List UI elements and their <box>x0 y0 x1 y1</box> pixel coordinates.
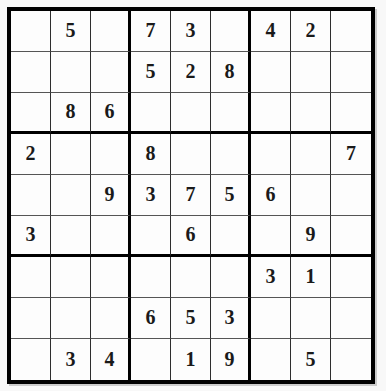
cell-r4c7-empty[interactable] <box>251 134 291 175</box>
cell-r1c5-given: 3 <box>171 11 211 52</box>
cell-r8c9-empty[interactable] <box>331 298 371 339</box>
cell-r1c3-empty[interactable] <box>91 11 131 52</box>
cell-r9c9-empty[interactable] <box>331 339 371 380</box>
cell-r3c7-empty[interactable] <box>251 93 291 134</box>
cell-r5c6-given: 5 <box>211 175 251 216</box>
cell-r8c8-empty[interactable] <box>291 298 331 339</box>
cell-r6c7-empty[interactable] <box>251 216 291 257</box>
cell-r8c1-empty[interactable] <box>11 298 51 339</box>
cell-r3c5-empty[interactable] <box>171 93 211 134</box>
cell-r1c7-given: 4 <box>251 11 291 52</box>
cell-r5c7-given: 6 <box>251 175 291 216</box>
cell-r2c8-empty[interactable] <box>291 52 331 93</box>
cell-r3c3-given: 6 <box>91 93 131 134</box>
cell-r4c8-empty[interactable] <box>291 134 331 175</box>
cell-r7c3-empty[interactable] <box>91 257 131 298</box>
cell-r2c5-given: 2 <box>171 52 211 93</box>
cell-r9c7-empty[interactable] <box>251 339 291 380</box>
cell-r6c9-empty[interactable] <box>331 216 371 257</box>
cell-r5c5-given: 7 <box>171 175 211 216</box>
cell-r5c1-empty[interactable] <box>11 175 51 216</box>
cell-r6c5-given: 6 <box>171 216 211 257</box>
cell-r2c6-given: 8 <box>211 52 251 93</box>
cell-r1c6-empty[interactable] <box>211 11 251 52</box>
cell-r6c3-empty[interactable] <box>91 216 131 257</box>
cell-r1c8-given: 2 <box>291 11 331 52</box>
cell-r4c3-empty[interactable] <box>91 134 131 175</box>
cell-r5c4-given: 3 <box>131 175 171 216</box>
cell-r7c2-empty[interactable] <box>51 257 91 298</box>
cell-r5c2-empty[interactable] <box>51 175 91 216</box>
cell-r7c8-given: 1 <box>291 257 331 298</box>
cell-r1c1-empty[interactable] <box>11 11 51 52</box>
cell-r9c6-given: 9 <box>211 339 251 380</box>
cell-r4c6-empty[interactable] <box>211 134 251 175</box>
cell-r3c6-empty[interactable] <box>211 93 251 134</box>
cell-r4c5-empty[interactable] <box>171 134 211 175</box>
cell-r2c4-given: 5 <box>131 52 171 93</box>
cell-r9c2-given: 3 <box>51 339 91 380</box>
cell-r2c7-empty[interactable] <box>251 52 291 93</box>
cell-r8c5-given: 5 <box>171 298 211 339</box>
cell-r7c9-empty[interactable] <box>331 257 371 298</box>
cell-r5c8-empty[interactable] <box>291 175 331 216</box>
cell-r6c2-empty[interactable] <box>51 216 91 257</box>
cell-r4c9-given: 7 <box>331 134 371 175</box>
cell-r7c4-empty[interactable] <box>131 257 171 298</box>
cell-r6c1-given: 3 <box>11 216 51 257</box>
cell-r8c2-empty[interactable] <box>51 298 91 339</box>
cell-r9c1-empty[interactable] <box>11 339 51 380</box>
cell-r4c2-empty[interactable] <box>51 134 91 175</box>
cell-r6c8-given: 9 <box>291 216 331 257</box>
cell-r2c1-empty[interactable] <box>11 52 51 93</box>
cell-r9c8-given: 5 <box>291 339 331 380</box>
cell-r2c3-empty[interactable] <box>91 52 131 93</box>
cell-r8c3-empty[interactable] <box>91 298 131 339</box>
cell-r5c9-empty[interactable] <box>331 175 371 216</box>
sudoku-board: 5734252886287937563693165334195 <box>7 7 375 384</box>
cell-r3c9-empty[interactable] <box>331 93 371 134</box>
cell-r7c1-empty[interactable] <box>11 257 51 298</box>
cell-r2c9-empty[interactable] <box>331 52 371 93</box>
cell-r9c4-empty[interactable] <box>131 339 171 380</box>
cell-r9c5-given: 1 <box>171 339 211 380</box>
cell-r8c4-given: 6 <box>131 298 171 339</box>
cell-r8c6-given: 3 <box>211 298 251 339</box>
cell-r3c2-given: 8 <box>51 93 91 134</box>
cell-r1c9-empty[interactable] <box>331 11 371 52</box>
cell-r3c1-empty[interactable] <box>11 93 51 134</box>
cell-r2c2-empty[interactable] <box>51 52 91 93</box>
cell-r5c3-given: 9 <box>91 175 131 216</box>
cell-r4c4-given: 8 <box>131 134 171 175</box>
cell-r1c2-given: 5 <box>51 11 91 52</box>
cell-r4c1-given: 2 <box>11 134 51 175</box>
cell-r3c4-empty[interactable] <box>131 93 171 134</box>
cell-r7c7-given: 3 <box>251 257 291 298</box>
cell-r7c5-empty[interactable] <box>171 257 211 298</box>
cell-r1c4-given: 7 <box>131 11 171 52</box>
cell-r3c8-empty[interactable] <box>291 93 331 134</box>
cell-r8c7-empty[interactable] <box>251 298 291 339</box>
cell-r7c6-empty[interactable] <box>211 257 251 298</box>
cell-r6c4-empty[interactable] <box>131 216 171 257</box>
cell-r9c3-given: 4 <box>91 339 131 380</box>
cell-r6c6-empty[interactable] <box>211 216 251 257</box>
